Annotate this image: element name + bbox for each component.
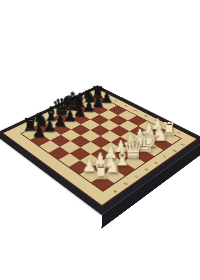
chess-set-photo: abcdefgh 87654321 ♜♞♝♛♚♝♞♜♟♟♟♟♟♟♟♟♟♟♟♟♟♟… [0,0,200,280]
white-rook-a1: ♜ [89,162,112,183]
chess-board-3d: abcdefgh 87654321 ♜♞♝♛♚♝♞♜♟♟♟♟♟♟♟♟♟♟♟♟♟♟… [2,88,198,206]
black-pawn-a7: ♟ [29,125,49,140]
chess-set-scene: abcdefgh 87654321 ♜♞♝♛♚♝♞♜♟♟♟♟♟♟♟♟♟♟♟♟♟♟… [0,0,200,280]
